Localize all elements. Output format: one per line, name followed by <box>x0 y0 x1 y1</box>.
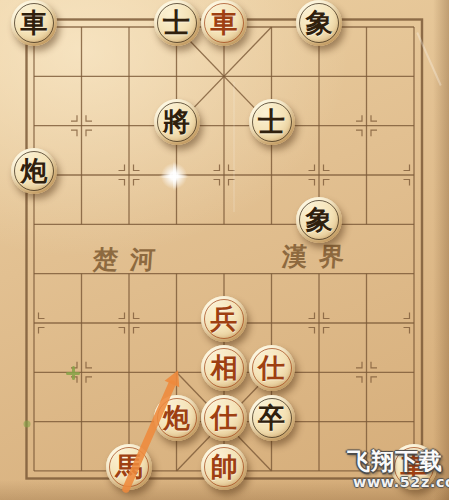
watermark-site-name: 飞翔下载 <box>347 446 443 477</box>
xiangqi-board[interactable]: 楚河 漢界 車士車象將士炮象兵相仕炮仕卒馬帥車 飞翔下载 www.52z.com <box>0 0 449 500</box>
hint-arrow <box>0 0 449 500</box>
watermark-site-url: www.52z.com <box>353 474 449 490</box>
